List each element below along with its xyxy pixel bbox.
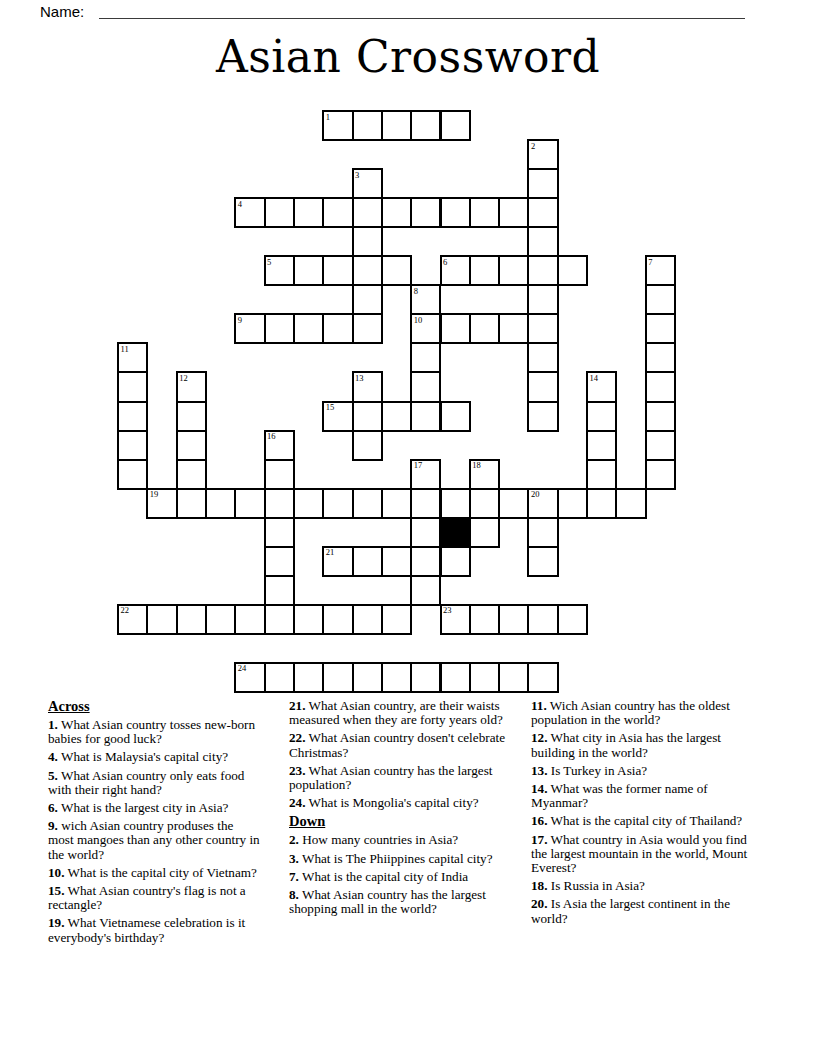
grid-cell[interactable]: 21: [322, 546, 353, 577]
grid-cell[interactable]: [410, 197, 441, 228]
grid-cell[interactable]: [381, 255, 412, 286]
grid-cell[interactable]: [410, 110, 441, 141]
grid-cell[interactable]: [527, 313, 558, 344]
grid-cell[interactable]: 16: [264, 430, 295, 461]
grid-cell[interactable]: [264, 517, 295, 548]
grid-cell[interactable]: 22: [117, 604, 148, 635]
grid-cell[interactable]: [117, 459, 148, 490]
grid-cell[interactable]: [381, 401, 412, 432]
cell-number: 17: [414, 461, 423, 470]
clue-18: 18. Is Russia in Asia?: [531, 879, 766, 893]
grid-cell[interactable]: [498, 255, 529, 286]
grid-cell[interactable]: 1: [322, 110, 353, 141]
across-header: Across: [48, 699, 262, 714]
clue-column-right: 11. Wich Asian country has the oldest po…: [531, 699, 766, 930]
clue-21: 21. What Asian country, are their waists…: [289, 699, 527, 727]
grid-cell[interactable]: [440, 546, 471, 577]
grid-cell[interactable]: [381, 197, 412, 228]
clue-number: 6.: [48, 800, 58, 815]
grid-cell[interactable]: 7: [645, 255, 676, 286]
grid-cell[interactable]: 18: [469, 459, 500, 490]
grid-cell[interactable]: 10: [410, 313, 441, 344]
grid-cell[interactable]: [440, 662, 471, 693]
grid-cell[interactable]: 23: [440, 604, 471, 635]
grid-cell[interactable]: [146, 604, 177, 635]
clue-number: 7.: [289, 869, 299, 884]
cell-number: 10: [414, 316, 423, 325]
cell-number: 6: [443, 258, 447, 267]
clue-16: 16. What is the capital city of Thailand…: [531, 814, 766, 828]
grid-cell[interactable]: [264, 313, 295, 344]
grid-cell[interactable]: [381, 604, 412, 635]
grid-cell[interactable]: [352, 255, 383, 286]
clue-12: 12. What city in Asia has the largest bu…: [531, 731, 766, 759]
grid-cell[interactable]: [527, 662, 558, 693]
grid-cell[interactable]: [498, 604, 529, 635]
grid-cell[interactable]: [381, 110, 412, 141]
clue-11: 11. Wich Asian country has the oldest po…: [531, 699, 766, 727]
clue-17: 17. What country in Asia would you find …: [531, 833, 766, 876]
grid-cell[interactable]: [381, 662, 412, 693]
clue-number: 12.: [531, 730, 547, 745]
grid-cell[interactable]: [264, 662, 295, 693]
grid-cell[interactable]: 2: [527, 139, 558, 170]
cell-number: 4: [238, 200, 242, 209]
clue-number: 19.: [48, 915, 64, 930]
grid-cell[interactable]: 3: [352, 168, 383, 199]
clue-9: 9. wich Asian country produses the most …: [48, 819, 262, 862]
grid-cell[interactable]: 4: [234, 197, 265, 228]
grid-cell[interactable]: [527, 197, 558, 228]
cell-number: 12: [179, 374, 188, 383]
grid-cell[interactable]: [586, 430, 617, 461]
grid-cell[interactable]: [352, 604, 383, 635]
grid-cell[interactable]: 24: [234, 662, 265, 693]
grid-cell[interactable]: [264, 459, 295, 490]
clue-20: 20. Is Asia the largest continent in the…: [531, 897, 766, 925]
grid-cell[interactable]: [586, 488, 617, 519]
grid-cell[interactable]: [352, 662, 383, 693]
grid-cell[interactable]: [352, 226, 383, 257]
cell-number: 24: [238, 664, 247, 673]
cell-number: 7: [648, 258, 652, 267]
clue-number: 15.: [48, 883, 64, 898]
grid-cell[interactable]: [586, 401, 617, 432]
clue-14: 14. What was the former name of Myanmar?: [531, 782, 766, 810]
cell-number: 20: [531, 490, 540, 499]
grid-cell[interactable]: [322, 197, 353, 228]
grid-cell[interactable]: [557, 604, 588, 635]
clue-number: 14.: [531, 781, 547, 796]
grid-cell[interactable]: [293, 604, 324, 635]
grid-cell[interactable]: [410, 342, 441, 373]
clue-15: 15. What Asian country's flag is not a r…: [48, 884, 262, 912]
grid-cell[interactable]: [645, 459, 676, 490]
grid-cell[interactable]: 20: [527, 488, 558, 519]
clue-number: 23.: [289, 763, 305, 778]
grid-cell[interactable]: [264, 488, 295, 519]
clue-number: 8.: [289, 887, 299, 902]
grid-cell[interactable]: [645, 371, 676, 402]
grid-cell[interactable]: [527, 546, 558, 577]
grid-cell[interactable]: [440, 401, 471, 432]
grid-cell[interactable]: [469, 604, 500, 635]
grid-cell[interactable]: [615, 488, 646, 519]
clue-13: 13. Is Turkey in Asia?: [531, 764, 766, 778]
grid-cell[interactable]: [176, 604, 207, 635]
clue-number: 10.: [48, 865, 64, 880]
grid-cell[interactable]: [410, 517, 441, 548]
clue-number: 2.: [289, 832, 299, 847]
crossword-grid: 123456789101112131415161718192021222324: [117, 110, 677, 694]
grid-cell[interactable]: 15: [322, 401, 353, 432]
down-header: Down: [289, 814, 527, 829]
grid-cell[interactable]: 5: [264, 255, 295, 286]
grid-cell[interactable]: [469, 255, 500, 286]
grid-cell[interactable]: [469, 197, 500, 228]
grid-cell[interactable]: [234, 604, 265, 635]
grid-cell[interactable]: [527, 284, 558, 315]
grid-cell[interactable]: [440, 110, 471, 141]
cell-number: 11: [121, 345, 129, 354]
clue-6: 6. What is the largest city in Asia?: [48, 801, 262, 815]
grid-cell[interactable]: [498, 488, 529, 519]
clue-1: 1. What Asian country tosses new-born ba…: [48, 718, 262, 746]
grid-cell[interactable]: [586, 459, 617, 490]
cell-number: 21: [326, 548, 335, 557]
grid-cell[interactable]: [322, 313, 353, 344]
grid-cell[interactable]: [410, 488, 441, 519]
grid-cell[interactable]: [410, 546, 441, 577]
cell-number: 2: [531, 142, 535, 151]
cell-number: 8: [414, 287, 418, 296]
grid-cell[interactable]: [498, 662, 529, 693]
cell-number: 22: [121, 606, 130, 615]
grid-cell[interactable]: [117, 401, 148, 432]
grid-cell[interactable]: [264, 575, 295, 606]
page-title: Asian Crossword: [0, 33, 816, 81]
grid-cell[interactable]: [352, 197, 383, 228]
clue-5: 5. What Asian country only eats food wit…: [48, 769, 262, 797]
cell-number: 19: [150, 490, 159, 499]
grid-cell[interactable]: [527, 255, 558, 286]
clue-number: 17.: [531, 832, 547, 847]
black-cell: [440, 517, 471, 548]
cell-number: 18: [472, 461, 481, 470]
grid-cell[interactable]: [410, 662, 441, 693]
clue-number: 11.: [531, 698, 547, 713]
clue-2: 2. How many countries in Asia?: [289, 833, 527, 847]
grid-cell[interactable]: 19: [146, 488, 177, 519]
name-blank-line: [99, 18, 745, 19]
cell-number: 3: [355, 171, 359, 180]
grid-cell[interactable]: [264, 197, 295, 228]
clue-number: 1.: [48, 717, 58, 732]
grid-cell[interactable]: [645, 342, 676, 373]
grid-cell[interactable]: [176, 488, 207, 519]
grid-cell[interactable]: 12: [176, 371, 207, 402]
clue-8: 8. What Asian country has the largest sh…: [289, 888, 527, 916]
grid-cell[interactable]: [381, 546, 412, 577]
grid-cell[interactable]: [352, 546, 383, 577]
grid-cell[interactable]: [557, 255, 588, 286]
grid-cell[interactable]: [352, 284, 383, 315]
grid-cell[interactable]: [527, 401, 558, 432]
grid-cell[interactable]: [498, 197, 529, 228]
grid-cell[interactable]: [322, 488, 353, 519]
grid-cell[interactable]: [352, 401, 383, 432]
grid-cell[interactable]: [498, 313, 529, 344]
clue-number: 5.: [48, 768, 58, 783]
clue-4: 4. What is Malaysia's capital city?: [48, 750, 262, 764]
grid-cell[interactable]: [557, 488, 588, 519]
grid-cell[interactable]: 6: [440, 255, 471, 286]
clue-number: 16.: [531, 813, 547, 828]
clue-22: 22. What Asian country dosen't celebrate…: [289, 731, 527, 759]
grid-cell[interactable]: [527, 371, 558, 402]
grid-cell[interactable]: [234, 488, 265, 519]
grid-cell[interactable]: [381, 488, 412, 519]
grid-cell[interactable]: [293, 313, 324, 344]
grid-cell[interactable]: [176, 401, 207, 432]
cell-number: 5: [267, 258, 271, 267]
clue-7: 7. What is the capital city of India: [289, 870, 527, 884]
clue-number: 4.: [48, 749, 58, 764]
grid-cell[interactable]: [322, 604, 353, 635]
grid-cell[interactable]: [645, 401, 676, 432]
grid-cell[interactable]: [527, 604, 558, 635]
grid-cell[interactable]: [527, 517, 558, 548]
grid-cell[interactable]: [322, 662, 353, 693]
grid-cell[interactable]: [527, 226, 558, 257]
clue-number: 13.: [531, 763, 547, 778]
grid-cell[interactable]: 17: [410, 459, 441, 490]
grid-cell[interactable]: [352, 430, 383, 461]
cell-number: 13: [355, 374, 364, 383]
grid-cell[interactable]: [410, 575, 441, 606]
cell-number: 15: [326, 403, 335, 412]
name-label: Name:: [40, 3, 84, 20]
clue-column-left: Across1. What Asian country tosses new-b…: [48, 699, 262, 949]
grid-cell[interactable]: [322, 255, 353, 286]
clue-number: 22.: [289, 730, 305, 745]
grid-cell[interactable]: [293, 255, 324, 286]
clue-19: 19. What Vietnamese celebration is it ev…: [48, 916, 262, 944]
grid-cell[interactable]: [645, 284, 676, 315]
grid-cell[interactable]: 11: [117, 342, 148, 373]
grid-cell[interactable]: [527, 342, 558, 373]
grid-cell[interactable]: [293, 197, 324, 228]
grid-cell[interactable]: [469, 488, 500, 519]
grid-cell[interactable]: [440, 488, 471, 519]
grid-cell[interactable]: 9: [234, 313, 265, 344]
grid-cell[interactable]: [293, 662, 324, 693]
grid-cell[interactable]: [176, 459, 207, 490]
clue-number: 21.: [289, 698, 305, 713]
cell-number: 23: [443, 606, 452, 615]
grid-cell[interactable]: [469, 517, 500, 548]
cell-number: 16: [267, 432, 276, 441]
grid-cell[interactable]: [264, 604, 295, 635]
grid-cell[interactable]: [117, 371, 148, 402]
grid-cell[interactable]: [352, 313, 383, 344]
cell-number: 14: [590, 374, 599, 383]
clue-10: 10. What is the capital city of Vietnam?: [48, 866, 262, 880]
clue-24: 24. What is Mongolia's capital city?: [289, 796, 527, 810]
clue-3: 3. What is The Phiippines capital city?: [289, 852, 527, 866]
clue-column-middle: 21. What Asian country, are their waists…: [289, 699, 527, 920]
grid-cell[interactable]: [645, 313, 676, 344]
grid-cell[interactable]: [352, 110, 383, 141]
grid-cell[interactable]: [440, 313, 471, 344]
grid-cell[interactable]: [410, 401, 441, 432]
grid-cell[interactable]: [469, 662, 500, 693]
grid-cell[interactable]: [264, 546, 295, 577]
grid-cell[interactable]: [117, 430, 148, 461]
grid-cell[interactable]: [176, 430, 207, 461]
grid-cell[interactable]: [527, 168, 558, 199]
grid-cell[interactable]: [293, 488, 324, 519]
clue-number: 3.: [289, 851, 299, 866]
grid-cell[interactable]: [645, 430, 676, 461]
grid-cell[interactable]: [410, 371, 441, 402]
clue-number: 24.: [289, 795, 305, 810]
cell-number: 9: [238, 316, 242, 325]
grid-cell[interactable]: 8: [410, 284, 441, 315]
grid-cell[interactable]: [205, 604, 236, 635]
grid-cell[interactable]: [440, 197, 471, 228]
clue-number: 18.: [531, 878, 547, 893]
cell-number: 1: [326, 113, 330, 122]
grid-cell[interactable]: 14: [586, 371, 617, 402]
clue-23: 23. What Asian country has the largest p…: [289, 764, 527, 792]
grid-cell[interactable]: [469, 313, 500, 344]
grid-cell[interactable]: [352, 488, 383, 519]
grid-cell[interactable]: 13: [352, 371, 383, 402]
clue-number: 9.: [48, 818, 58, 833]
grid-cell[interactable]: [205, 488, 236, 519]
clue-number: 20.: [531, 896, 547, 911]
